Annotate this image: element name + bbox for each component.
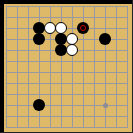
go-app-window: [0, 0, 132, 132]
go-board[interactable]: [4, 4, 132, 132]
last-move-marker: [80, 25, 86, 31]
stone-black-H17: [77, 22, 89, 34]
stone-layer: [1, 1, 133, 133]
stone-black-D16: [33, 33, 45, 45]
hoshi-point-K10: [103, 103, 108, 108]
stone-white-G15: [66, 44, 78, 56]
stone-black-K16: [99, 33, 111, 45]
stone-black-D10: [33, 99, 45, 111]
